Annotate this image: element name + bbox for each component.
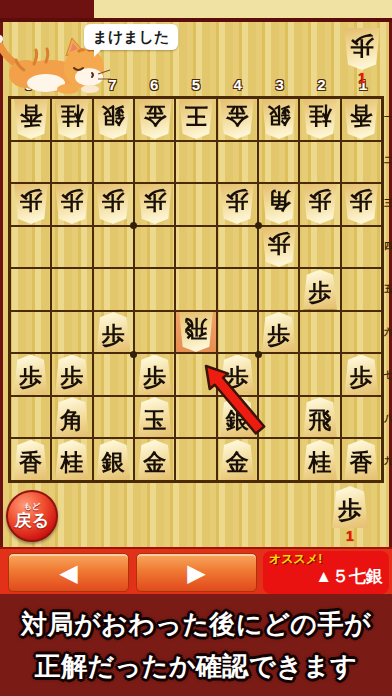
square-2七[interactable]	[299, 353, 340, 396]
top-strip-divider	[0, 18, 392, 22]
rank-label-七: 七	[384, 354, 392, 397]
sente-piece-歩: 歩	[343, 355, 379, 395]
info-banner: 対局がおわった後にどの手が 正解だったか確認できます	[0, 594, 392, 696]
speech-bubble-text: まけました	[93, 28, 170, 47]
prev-move-button[interactable]: ◀	[8, 553, 129, 592]
sente-piece-桂: 桂	[302, 440, 338, 480]
square-8五[interactable]	[51, 268, 92, 311]
shogi-board: 香桂銀金王金銀桂香歩歩歩歩歩角歩歩歩歩歩飛歩歩歩歩歩歩角玉銀飛香桂銀金金桂香	[8, 96, 384, 483]
square-4二[interactable]	[217, 141, 258, 184]
sente-piece-銀: 銀	[95, 440, 131, 480]
square-7五[interactable]	[93, 268, 134, 311]
gote-piece-香: 香	[13, 99, 49, 139]
square-5一[interactable]: 王	[175, 98, 216, 141]
square-5九[interactable]	[175, 438, 216, 481]
gote-piece-金: 金	[137, 99, 173, 139]
square-8一[interactable]: 桂	[51, 98, 92, 141]
sente-piece-角: 角	[54, 397, 90, 437]
square-4四[interactable]	[217, 226, 258, 269]
sente-piece-歩: 歩	[95, 312, 131, 352]
gote-piece-王: 王	[178, 99, 214, 139]
square-3八[interactable]	[258, 396, 299, 439]
app-screen: まけました 歩 1 987654321 一二三四五六七八九 香桂銀金王金銀桂香歩…	[0, 0, 392, 696]
square-4六[interactable]	[217, 311, 258, 354]
file-label-5: 5	[175, 76, 217, 96]
gote-piece-歩: 歩	[261, 227, 297, 267]
square-9九[interactable]: 香	[10, 438, 51, 481]
rank-label-五: 五	[384, 268, 392, 311]
sente-piece-飛: 飛	[302, 397, 338, 437]
file-label-3: 3	[259, 76, 301, 96]
square-2四[interactable]	[299, 226, 340, 269]
square-6九[interactable]: 金	[134, 438, 175, 481]
square-4七[interactable]: 歩	[217, 353, 258, 396]
square-5五[interactable]	[175, 268, 216, 311]
gote-piece-銀: 銀	[261, 99, 297, 139]
gote-piece-香: 香	[343, 99, 379, 139]
hoshi-dot	[130, 222, 137, 229]
square-7四[interactable]	[93, 226, 134, 269]
sente-piece-歩: 歩	[261, 312, 297, 352]
square-9四[interactable]	[10, 226, 51, 269]
square-4五[interactable]	[217, 268, 258, 311]
rank-label-六: 六	[384, 311, 392, 354]
move-nav-bar: ◀ ▶ オススメ! ▲５七銀	[0, 547, 392, 594]
rank-label-二: 二	[384, 139, 392, 182]
back-button-label: 戻る	[15, 512, 49, 529]
square-6八[interactable]: 玉	[134, 396, 175, 439]
square-9七[interactable]: 歩	[10, 353, 51, 396]
recommend-title: オススメ!	[269, 553, 383, 566]
square-7九[interactable]: 銀	[93, 438, 134, 481]
rank-label-八: 八	[384, 397, 392, 440]
sente-piece-金: 金	[219, 440, 255, 480]
file-label-2: 2	[300, 76, 342, 96]
square-9一[interactable]: 香	[10, 98, 51, 141]
sente-hand-tray: 歩 1	[328, 486, 372, 544]
sente-piece-歩: 歩	[219, 355, 255, 395]
gote-piece-歩: 歩	[95, 184, 131, 224]
gote-piece-歩: 歩	[302, 184, 338, 224]
gote-hand-count: 1	[340, 70, 384, 86]
square-1三[interactable]: 歩	[341, 183, 382, 226]
file-label-4: 4	[217, 76, 259, 96]
square-1一[interactable]: 香	[341, 98, 382, 141]
recommend-move: ▲５七銀	[269, 566, 383, 588]
square-8二[interactable]	[51, 141, 92, 184]
square-8八[interactable]: 角	[51, 396, 92, 439]
square-5三[interactable]	[175, 183, 216, 226]
hoshi-dot	[255, 351, 262, 358]
square-3九[interactable]	[258, 438, 299, 481]
square-5六[interactable]: 飛	[175, 311, 216, 354]
banner-line-2: 正解だったか確認できます	[35, 649, 358, 684]
banner-line-1: 対局がおわった後にどの手が	[21, 607, 371, 642]
square-6三[interactable]: 歩	[134, 183, 175, 226]
square-1九[interactable]: 香	[341, 438, 382, 481]
square-1五[interactable]	[341, 268, 382, 311]
square-6二[interactable]	[134, 141, 175, 184]
hoshi-dot	[255, 222, 262, 229]
sente-piece-玉: 玉	[137, 397, 173, 437]
gote-piece-桂: 桂	[302, 99, 338, 139]
square-1四[interactable]	[341, 226, 382, 269]
rank-label-一: 一	[384, 96, 392, 139]
square-4九[interactable]: 金	[217, 438, 258, 481]
sente-piece-歩: 歩	[137, 355, 173, 395]
square-8四[interactable]	[51, 226, 92, 269]
square-2一[interactable]: 桂	[299, 98, 340, 141]
square-6七[interactable]: 歩	[134, 353, 175, 396]
square-7三[interactable]: 歩	[93, 183, 134, 226]
square-2二[interactable]	[299, 141, 340, 184]
rank-labels: 一二三四五六七八九	[384, 96, 392, 483]
square-3六[interactable]: 歩	[258, 311, 299, 354]
prev-arrow-icon: ◀	[59, 559, 77, 587]
square-2五[interactable]: 歩	[299, 268, 340, 311]
sente-hand-count: 1	[328, 528, 372, 544]
square-5八[interactable]	[175, 396, 216, 439]
top-strip-pale-area	[94, 0, 392, 18]
square-3一[interactable]: 銀	[258, 98, 299, 141]
square-3二[interactable]	[258, 141, 299, 184]
square-2三[interactable]: 歩	[299, 183, 340, 226]
square-7七[interactable]	[93, 353, 134, 396]
square-5二[interactable]	[175, 141, 216, 184]
square-7一[interactable]: 銀	[93, 98, 134, 141]
square-5七[interactable]	[175, 353, 216, 396]
back-button[interactable]: もど 戻る	[6, 490, 58, 542]
square-9六[interactable]	[10, 311, 51, 354]
square-8九[interactable]: 桂	[51, 438, 92, 481]
rank-label-四: 四	[384, 225, 392, 268]
top-status-strip	[0, 0, 392, 22]
sente-piece-香: 香	[343, 440, 379, 480]
next-arrow-icon: ▶	[187, 559, 205, 587]
square-9八[interactable]	[10, 396, 51, 439]
gote-piece-歩: 歩	[54, 184, 90, 224]
hoshi-dot	[130, 351, 137, 358]
gote-hand-piece-pawn[interactable]: 歩	[343, 28, 381, 70]
square-6六[interactable]	[134, 311, 175, 354]
square-6一[interactable]: 金	[134, 98, 175, 141]
square-3四[interactable]: 歩	[258, 226, 299, 269]
square-2九[interactable]: 桂	[299, 438, 340, 481]
square-1七[interactable]: 歩	[341, 353, 382, 396]
square-2八[interactable]: 飛	[299, 396, 340, 439]
square-4三[interactable]: 歩	[217, 183, 258, 226]
sente-piece-桂: 桂	[54, 440, 90, 480]
square-3五[interactable]	[258, 268, 299, 311]
square-4八[interactable]: 銀	[217, 396, 258, 439]
gote-piece-歩: 歩	[137, 184, 173, 224]
gote-hand-tray: 歩 1	[340, 28, 384, 86]
recommend-panel: オススメ! ▲５七銀	[263, 551, 389, 594]
next-move-button[interactable]: ▶	[136, 553, 257, 592]
gote-piece-飛: 飛	[178, 312, 214, 352]
gote-piece-歩: 歩	[13, 184, 49, 224]
gote-piece-歩: 歩	[343, 184, 379, 224]
sente-piece-金: 金	[137, 440, 173, 480]
square-9二[interactable]	[10, 141, 51, 184]
gote-piece-桂: 桂	[54, 99, 90, 139]
gote-piece-金: 金	[219, 99, 255, 139]
rank-label-三: 三	[384, 182, 392, 225]
square-9五[interactable]	[10, 268, 51, 311]
square-8三[interactable]: 歩	[51, 183, 92, 226]
gote-piece-歩: 歩	[219, 184, 255, 224]
square-6五[interactable]	[134, 268, 175, 311]
square-8六[interactable]	[51, 311, 92, 354]
sente-hand-piece-pawn[interactable]: 歩	[331, 486, 369, 528]
sente-piece-歩: 歩	[13, 355, 49, 395]
square-5四[interactable]	[175, 226, 216, 269]
square-9三[interactable]: 歩	[10, 183, 51, 226]
gote-piece-角: 角	[261, 184, 297, 224]
square-1六[interactable]	[341, 311, 382, 354]
sente-piece-歩: 歩	[302, 269, 338, 309]
speech-bubble: まけました	[84, 24, 178, 50]
square-8七[interactable]: 歩	[51, 353, 92, 396]
sente-piece-歩: 歩	[54, 355, 90, 395]
sente-piece-香: 香	[13, 440, 49, 480]
rank-label-九: 九	[384, 440, 392, 483]
square-7二[interactable]	[93, 141, 134, 184]
square-2六[interactable]	[299, 311, 340, 354]
square-3七[interactable]	[258, 353, 299, 396]
square-3三[interactable]: 角	[258, 183, 299, 226]
back-button-furigana: もど	[24, 503, 40, 511]
square-6四[interactable]	[134, 226, 175, 269]
square-4一[interactable]: 金	[217, 98, 258, 141]
square-7八[interactable]	[93, 396, 134, 439]
square-1八[interactable]	[341, 396, 382, 439]
square-7六[interactable]: 歩	[93, 311, 134, 354]
square-1二[interactable]	[341, 141, 382, 184]
sente-piece-銀: 銀	[219, 397, 255, 437]
gote-piece-銀: 銀	[95, 99, 131, 139]
file-label-6: 6	[133, 76, 175, 96]
